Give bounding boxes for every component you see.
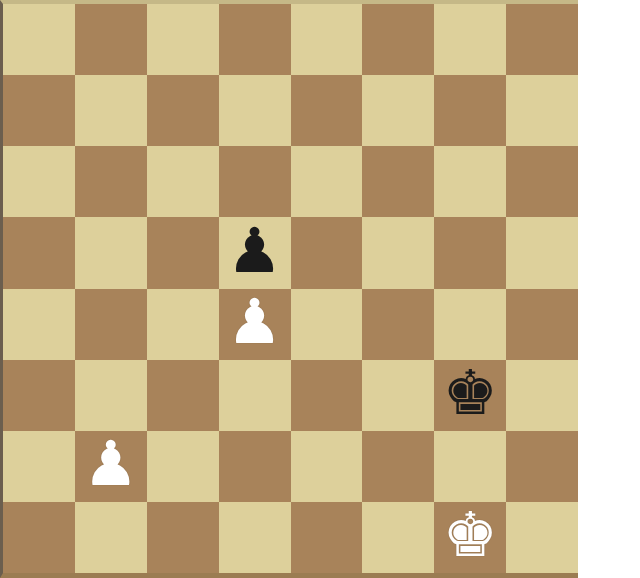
square-g7[interactable] bbox=[434, 75, 506, 146]
square-a8[interactable] bbox=[3, 4, 75, 75]
square-h2[interactable] bbox=[506, 431, 578, 502]
square-a7[interactable] bbox=[3, 75, 75, 146]
square-f3[interactable] bbox=[362, 360, 434, 431]
square-d5[interactable]: ♟ bbox=[219, 217, 291, 288]
square-d2[interactable] bbox=[219, 431, 291, 502]
square-h7[interactable] bbox=[506, 75, 578, 146]
square-e6[interactable] bbox=[291, 146, 363, 217]
square-e3[interactable] bbox=[291, 360, 363, 431]
square-a1[interactable] bbox=[3, 502, 75, 573]
square-g6[interactable] bbox=[434, 146, 506, 217]
square-c2[interactable] bbox=[147, 431, 219, 502]
square-e8[interactable] bbox=[291, 4, 363, 75]
square-g2[interactable] bbox=[434, 431, 506, 502]
square-c6[interactable] bbox=[147, 146, 219, 217]
square-e2[interactable] bbox=[291, 431, 363, 502]
square-f8[interactable] bbox=[362, 4, 434, 75]
square-a2[interactable] bbox=[3, 431, 75, 502]
square-c4[interactable] bbox=[147, 289, 219, 360]
square-c7[interactable] bbox=[147, 75, 219, 146]
square-a5[interactable] bbox=[3, 217, 75, 288]
square-d3[interactable] bbox=[219, 360, 291, 431]
piece-black-pawn[interactable]: ♟ bbox=[227, 220, 283, 282]
square-f2[interactable] bbox=[362, 431, 434, 502]
square-g3[interactable]: ♚ bbox=[434, 360, 506, 431]
square-a4[interactable] bbox=[3, 289, 75, 360]
piece-white-pawn[interactable]: ♟ bbox=[83, 433, 139, 495]
piece-white-pawn[interactable]: ♟ bbox=[227, 291, 283, 353]
square-e4[interactable] bbox=[291, 289, 363, 360]
square-c8[interactable] bbox=[147, 4, 219, 75]
square-b6[interactable] bbox=[75, 146, 147, 217]
square-g4[interactable] bbox=[434, 289, 506, 360]
square-e5[interactable] bbox=[291, 217, 363, 288]
square-f5[interactable] bbox=[362, 217, 434, 288]
square-f4[interactable] bbox=[362, 289, 434, 360]
chessboard: ♟♟♚♟♚ bbox=[3, 4, 578, 573]
square-f6[interactable] bbox=[362, 146, 434, 217]
square-e7[interactable] bbox=[291, 75, 363, 146]
square-b8[interactable] bbox=[75, 4, 147, 75]
square-b1[interactable] bbox=[75, 502, 147, 573]
square-c5[interactable] bbox=[147, 217, 219, 288]
square-h5[interactable] bbox=[506, 217, 578, 288]
square-e1[interactable] bbox=[291, 502, 363, 573]
square-h6[interactable] bbox=[506, 146, 578, 217]
page: { "game": "chess", "position": { "fen": … bbox=[0, 0, 640, 578]
square-d6[interactable] bbox=[219, 146, 291, 217]
square-d1[interactable] bbox=[219, 502, 291, 573]
square-a6[interactable] bbox=[3, 146, 75, 217]
square-f7[interactable] bbox=[362, 75, 434, 146]
piece-black-king[interactable]: ♚ bbox=[442, 362, 498, 424]
square-b4[interactable] bbox=[75, 289, 147, 360]
square-b3[interactable] bbox=[75, 360, 147, 431]
square-h3[interactable] bbox=[506, 360, 578, 431]
square-h1[interactable] bbox=[506, 502, 578, 573]
square-a3[interactable] bbox=[3, 360, 75, 431]
square-c1[interactable] bbox=[147, 502, 219, 573]
square-d8[interactable] bbox=[219, 4, 291, 75]
square-h4[interactable] bbox=[506, 289, 578, 360]
square-d4[interactable]: ♟ bbox=[219, 289, 291, 360]
square-g1[interactable]: ♚ bbox=[434, 502, 506, 573]
piece-white-king[interactable]: ♚ bbox=[442, 504, 498, 566]
square-c3[interactable] bbox=[147, 360, 219, 431]
square-h8[interactable] bbox=[506, 4, 578, 75]
square-g8[interactable] bbox=[434, 4, 506, 75]
square-b5[interactable] bbox=[75, 217, 147, 288]
square-b7[interactable] bbox=[75, 75, 147, 146]
chessboard-frame: ♟♟♚♟♚ bbox=[0, 0, 578, 578]
page-right-margin bbox=[578, 0, 640, 578]
square-g5[interactable] bbox=[434, 217, 506, 288]
square-f1[interactable] bbox=[362, 502, 434, 573]
square-d7[interactable] bbox=[219, 75, 291, 146]
square-b2[interactable]: ♟ bbox=[75, 431, 147, 502]
